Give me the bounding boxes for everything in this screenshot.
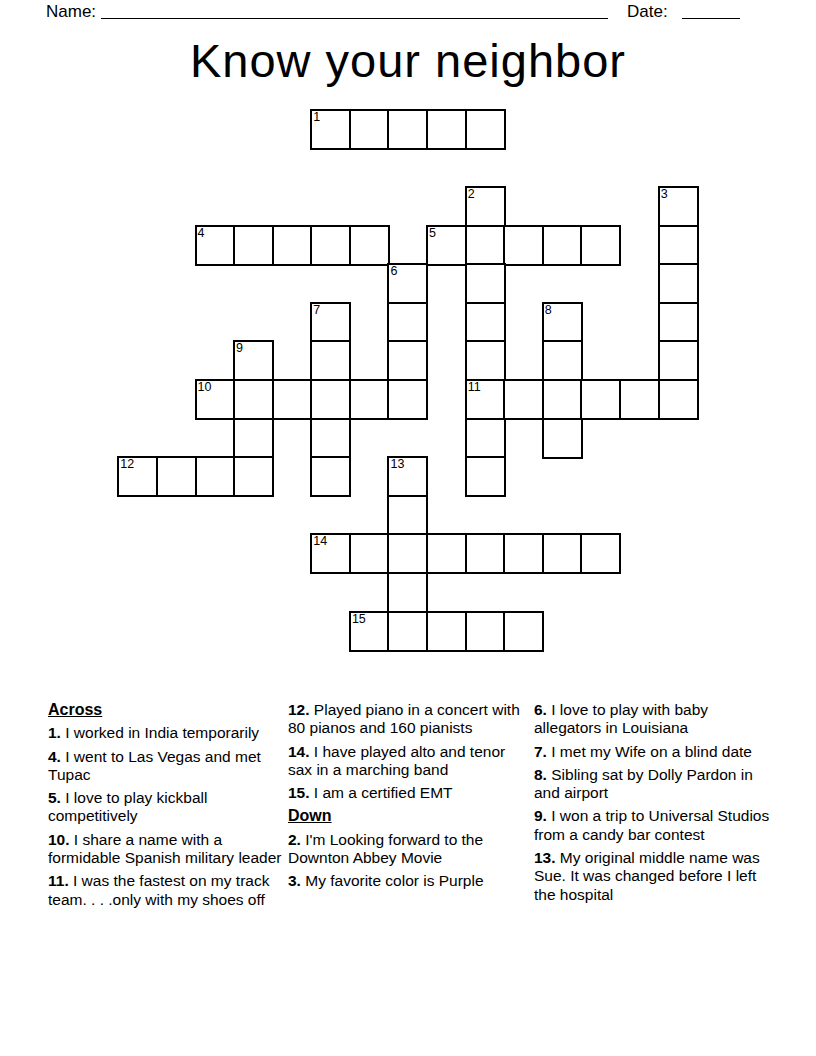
grid-cell-r8c3[interactable] [233,418,274,459]
clue-7-down: 7. I met my Wife on a blind date [534,743,774,761]
grid-cell-r8c5[interactable] [310,418,351,459]
grid-cell-r7c3[interactable] [233,379,274,420]
clue-number-label: 12. [288,701,310,718]
grid-cell-r7c14[interactable] [658,379,699,420]
grid-cell-r3c11[interactable] [542,225,583,266]
clue-number-label: 4. [48,748,61,765]
cell-number-4: 4 [198,226,205,240]
grid-cell-r9c1[interactable] [156,456,197,497]
cell-number-1: 1 [313,110,320,124]
grid-cell-r4c7[interactable]: 6 [387,263,428,304]
clue-4-across: 4. I went to Las Vegas and met Tupac [48,748,284,785]
clue-number-label: 1. [48,724,61,741]
clue-number-label: 6. [534,701,547,718]
grid-cell-r0c9[interactable] [465,109,506,150]
cell-number-8: 8 [545,303,552,317]
clue-2-down: 2. I'm Looking forward to the Downton Ab… [288,831,524,868]
grid-cell-r3c14[interactable] [658,225,699,266]
grid-cell-r13c9[interactable] [465,611,506,652]
grid-cell-r7c9[interactable]: 11 [465,379,506,420]
across-clues-header: Across [48,701,284,719]
clue-3-down: 3. My favorite color is Purple [288,872,524,890]
grid-cell-r0c7[interactable] [387,109,428,150]
grid-cell-r3c12[interactable] [580,225,621,266]
cell-number-7: 7 [313,303,320,317]
clue-12-across: 12. Played piano in a concert with 80 pi… [288,701,524,738]
grid-cell-r3c3[interactable] [233,225,274,266]
cell-number-15: 15 [352,612,366,626]
grid-cell-r3c10[interactable] [503,225,544,266]
clue-number-label: 13. [534,849,556,866]
grid-cell-r7c12[interactable] [580,379,621,420]
down-clues-header: Down [288,807,524,825]
clue-number-label: 10. [48,831,70,848]
grid-cell-r2c9[interactable]: 2 [465,186,506,227]
grid-cell-r7c5[interactable] [310,379,351,420]
grid-cell-r0c6[interactable] [349,109,390,150]
cell-number-6: 6 [390,264,397,278]
grid-cell-r8c9[interactable] [465,418,506,459]
grid-cell-r7c2[interactable]: 10 [195,379,236,420]
grid-cell-r13c8[interactable] [426,611,467,652]
clue-11-across: 11. I was the fastest on my track team. … [48,872,284,909]
grid-cell-r5c11[interactable]: 8 [542,302,583,343]
grid-cell-r11c6[interactable] [349,533,390,574]
clue-number-label: 3. [288,872,301,889]
grid-cell-r12c7[interactable] [387,572,428,613]
grid-cell-r13c10[interactable] [503,611,544,652]
grid-cell-r8c11[interactable] [542,418,583,459]
clue-1-across: 1. I worked in India temporarily [48,724,284,742]
grid-cell-r6c3[interactable]: 9 [233,340,274,381]
grid-cell-r11c10[interactable] [503,533,544,574]
grid-cell-r11c8[interactable] [426,533,467,574]
clues-column-2: 12. Played piano in a concert with 80 pi… [288,701,524,896]
grid-cell-r5c14[interactable] [658,302,699,343]
clues-column-1: Across1. I worked in India temporarily4.… [48,701,284,914]
grid-cell-r4c14[interactable] [658,263,699,304]
grid-cell-r13c6[interactable]: 15 [349,611,390,652]
puzzle-title: Know your neighbor [0,33,816,88]
clue-13-down: 13. My original middle name was Sue. It … [534,849,774,904]
grid-cell-r10c7[interactable] [387,495,428,536]
grid-cell-r3c8[interactable]: 5 [426,225,467,266]
grid-cell-r5c5[interactable]: 7 [310,302,351,343]
name-label: Name: [46,2,96,21]
grid-cell-r7c4[interactable] [272,379,313,420]
grid-cell-r6c5[interactable] [310,340,351,381]
cell-number-13: 13 [390,457,404,471]
grid-cell-r9c5[interactable] [310,456,351,497]
clue-number-label: 9. [534,807,547,824]
grid-cell-r0c5[interactable]: 1 [310,109,351,150]
clue-15-across: 15. I am a certified EMT [288,784,524,802]
name-blank-line [101,2,608,19]
grid-cell-r9c3[interactable] [233,456,274,497]
grid-cell-r7c11[interactable] [542,379,583,420]
clue-number-label: 7. [534,743,547,760]
grid-cell-r6c9[interactable] [465,340,506,381]
grid-cell-r11c9[interactable] [465,533,506,574]
grid-cell-r11c11[interactable] [542,533,583,574]
clue-number-label: 11. [48,872,69,889]
cell-number-5: 5 [429,226,436,240]
grid-cell-r9c0[interactable]: 12 [117,456,158,497]
grid-cell-r6c11[interactable] [542,340,583,381]
clue-number-label: 15. [288,784,310,801]
grid-cell-r2c14[interactable]: 3 [658,186,699,227]
grid-cell-r5c7[interactable] [387,302,428,343]
crossword-worksheet-page: Name: Date: Know your neighbor 123456789… [0,0,816,1056]
cell-number-10: 10 [198,380,212,394]
grid-cell-r7c6[interactable] [349,379,390,420]
grid-cell-r3c6[interactable] [349,225,390,266]
grid-cell-r9c7[interactable]: 13 [387,456,428,497]
grid-cell-r7c13[interactable] [619,379,660,420]
grid-cell-r9c2[interactable] [195,456,236,497]
grid-cell-r6c7[interactable] [387,340,428,381]
grid-cell-r7c10[interactable] [503,379,544,420]
cell-number-14: 14 [313,534,327,548]
grid-cell-r6c14[interactable] [658,340,699,381]
clues-column-3: 6. I love to play with baby allegators i… [534,701,774,909]
date-label: Date: [627,2,668,21]
clue-number-label: 5. [48,789,61,806]
grid-cell-r3c9[interactable] [465,225,506,266]
grid-cell-r11c5[interactable]: 14 [310,533,351,574]
grid-cell-r3c5[interactable] [310,225,351,266]
date-blank-line [682,2,740,19]
cell-number-3: 3 [661,187,668,201]
clue-9-down: 9. I won a trip to Universal Studios fro… [534,807,774,844]
clue-5-across: 5. I love to play kickball competitively [48,789,284,826]
clue-number-label: 8. [534,766,547,783]
clue-number-label: 2. [288,831,301,848]
grid-cell-r7c7[interactable] [387,379,428,420]
grid-cell-r11c12[interactable] [580,533,621,574]
clue-10-across: 10. I share a name with a formidable Spa… [48,831,284,868]
cell-number-9: 9 [236,341,243,355]
cell-number-11: 11 [468,380,481,394]
clue-6-down: 6. I love to play with baby allegators i… [534,701,774,738]
grid-cell-r4c9[interactable] [465,263,506,304]
clue-14-across: 14. I have played alto and tenor sax in … [288,743,524,780]
cell-number-2: 2 [468,187,475,201]
cell-number-12: 12 [120,457,134,471]
grid-cell-r11c7[interactable] [387,533,428,574]
grid-cell-r5c9[interactable] [465,302,506,343]
grid-cell-r9c9[interactable] [465,456,506,497]
crossword-grid: 123456789101112131415 [119,110,698,650]
grid-cell-r0c8[interactable] [426,109,467,150]
clue-number-label: 14. [288,743,310,760]
grid-cell-r3c2[interactable]: 4 [195,225,236,266]
grid-cell-r3c4[interactable] [272,225,313,266]
clue-8-down: 8. Sibling sat by Dolly Pardon in and ai… [534,766,774,803]
grid-cell-r13c7[interactable] [387,611,428,652]
